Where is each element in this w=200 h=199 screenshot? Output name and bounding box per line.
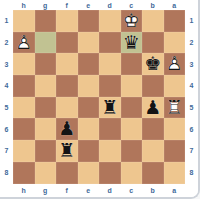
rank-label-left-1: 1	[0, 10, 13, 32]
square-b5[interactable]: ♟	[142, 97, 164, 119]
square-g4[interactable]	[35, 75, 57, 97]
file-label-bottom-c: c	[121, 184, 143, 197]
square-d8[interactable]	[99, 162, 121, 184]
square-g5[interactable]	[35, 97, 57, 119]
square-a6[interactable]	[164, 118, 186, 140]
file-label-top-d: d	[99, 0, 121, 10]
square-b7[interactable]	[142, 140, 164, 162]
square-a4[interactable]	[164, 75, 186, 97]
square-a5[interactable]: ♜♖	[164, 97, 186, 119]
piece-black-rook[interactable]: ♜	[99, 97, 121, 119]
rank-label-left-8: 8	[0, 162, 13, 184]
square-c2[interactable]: ♛	[121, 32, 143, 54]
rank-label-left-7: 7	[0, 140, 13, 162]
piece-glyph-outline: ♔	[121, 11, 143, 30]
square-e8[interactable]	[78, 162, 100, 184]
rank-label-right-5: 5	[185, 97, 198, 119]
square-e3[interactable]	[78, 53, 100, 75]
square-b1[interactable]	[142, 10, 164, 32]
rank-label-right-6: 6	[185, 118, 198, 140]
piece-glyph: ♜	[99, 98, 121, 117]
square-e7[interactable]	[78, 140, 100, 162]
square-b2[interactable]	[142, 32, 164, 54]
file-label-top-b: b	[142, 0, 164, 10]
piece-white-rook[interactable]: ♜♖	[164, 97, 186, 119]
square-e2[interactable]	[78, 32, 100, 54]
rank-label-left-2: 2	[0, 32, 13, 54]
file-label-bottom-g: g	[35, 184, 57, 197]
square-a3[interactable]: ♟♙	[164, 53, 186, 75]
square-a7[interactable]	[164, 140, 186, 162]
file-label-top-a: a	[164, 0, 186, 10]
square-c7[interactable]	[121, 140, 143, 162]
square-b4[interactable]	[142, 75, 164, 97]
rank-label-right-3: 3	[185, 53, 198, 75]
rank-label-left-5: 5	[0, 97, 13, 119]
square-h7[interactable]	[13, 140, 35, 162]
square-g1[interactable]	[35, 10, 57, 32]
square-f4[interactable]	[56, 75, 78, 97]
square-h1[interactable]	[13, 10, 35, 32]
rank-label-left-4: 4	[0, 75, 13, 97]
piece-white-pawn[interactable]: ♟♙	[164, 53, 186, 75]
file-label-top-e: e	[78, 0, 100, 10]
piece-black-queen[interactable]: ♛	[121, 32, 143, 54]
piece-glyph: ♚	[142, 54, 164, 73]
piece-black-pawn[interactable]: ♟	[56, 118, 78, 140]
file-label-top-f: f	[56, 0, 78, 10]
file-label-bottom-h: h	[13, 184, 35, 197]
board-corner	[185, 0, 198, 10]
square-e5[interactable]	[78, 97, 100, 119]
square-c1[interactable]: ♚♔	[121, 10, 143, 32]
piece-black-rook[interactable]: ♜	[56, 140, 78, 162]
file-label-bottom-f: f	[56, 184, 78, 197]
square-h4[interactable]	[13, 75, 35, 97]
square-b6[interactable]	[142, 118, 164, 140]
square-g7[interactable]	[35, 140, 57, 162]
square-d1[interactable]	[99, 10, 121, 32]
rank-label-right-4: 4	[185, 75, 198, 97]
rank-label-left-3: 3	[0, 53, 13, 75]
piece-glyph: ♟	[142, 98, 164, 117]
square-g2[interactable]	[35, 32, 57, 54]
rank-label-right-1: 1	[185, 10, 198, 32]
square-h3[interactable]	[13, 53, 35, 75]
piece-white-pawn[interactable]: ♟♙	[13, 32, 35, 54]
square-e6[interactable]	[78, 118, 100, 140]
file-label-bottom-a: a	[164, 184, 186, 197]
square-d6[interactable]	[99, 118, 121, 140]
board-corner	[185, 184, 198, 197]
square-a1[interactable]	[164, 10, 186, 32]
square-c3[interactable]	[121, 53, 143, 75]
square-b3[interactable]: ♚	[142, 53, 164, 75]
piece-glyph-outline: ♖	[164, 98, 186, 117]
square-f8[interactable]	[56, 162, 78, 184]
square-d7[interactable]	[99, 140, 121, 162]
piece-white-king[interactable]: ♚♔	[121, 10, 143, 32]
square-h5[interactable]	[13, 97, 35, 119]
square-e1[interactable]	[78, 10, 100, 32]
piece-glyph: ♟	[56, 119, 78, 138]
file-label-bottom-b: b	[142, 184, 164, 197]
rank-label-right-7: 7	[185, 140, 198, 162]
board-corner	[0, 184, 13, 197]
square-h2[interactable]: ♟♙	[13, 32, 35, 54]
square-b8[interactable]	[142, 162, 164, 184]
piece-black-pawn[interactable]: ♟	[142, 97, 164, 119]
square-g8[interactable]	[35, 162, 57, 184]
piece-glyph: ♛	[121, 33, 143, 52]
square-f6[interactable]: ♟	[56, 118, 78, 140]
square-c5[interactable]	[121, 97, 143, 119]
file-label-top-g: g	[35, 0, 57, 10]
square-d3[interactable]	[99, 53, 121, 75]
square-d5[interactable]: ♜	[99, 97, 121, 119]
rank-label-right-2: 2	[185, 32, 198, 54]
square-f2[interactable]	[56, 32, 78, 54]
square-a8[interactable]	[164, 162, 186, 184]
file-label-top-h: h	[13, 0, 35, 10]
square-f5[interactable]	[56, 97, 78, 119]
square-c6[interactable]	[121, 118, 143, 140]
square-c4[interactable]	[121, 75, 143, 97]
rank-label-left-6: 6	[0, 118, 13, 140]
square-f7[interactable]: ♜	[56, 140, 78, 162]
square-g6[interactable]	[35, 118, 57, 140]
file-label-bottom-e: e	[78, 184, 100, 197]
square-d4[interactable]	[99, 75, 121, 97]
piece-black-king[interactable]: ♚	[142, 53, 164, 75]
piece-glyph-outline: ♙	[13, 33, 35, 52]
board-corner	[0, 0, 13, 10]
square-e4[interactable]	[78, 75, 100, 97]
rank-label-right-8: 8	[185, 162, 198, 184]
square-c8[interactable]	[121, 162, 143, 184]
square-d2[interactable]	[99, 32, 121, 54]
square-f1[interactable]	[56, 10, 78, 32]
piece-glyph: ♜	[56, 141, 78, 160]
square-f3[interactable]	[56, 53, 78, 75]
square-h6[interactable]	[13, 118, 35, 140]
square-h8[interactable]	[13, 162, 35, 184]
file-label-bottom-d: d	[99, 184, 121, 197]
piece-glyph-outline: ♙	[164, 54, 186, 73]
chess-board: hgfedcba1♚♔12♟♙♛23♚♟♙3445♜♟♜♖56♟67♜788hg…	[0, 0, 198, 197]
square-a2[interactable]	[164, 32, 186, 54]
square-g3[interactable]	[35, 53, 57, 75]
chess-board-widget: hgfedcba1♚♔12♟♙♛23♚♟♙3445♜♟♜♖56♟67♜788hg…	[0, 0, 200, 199]
